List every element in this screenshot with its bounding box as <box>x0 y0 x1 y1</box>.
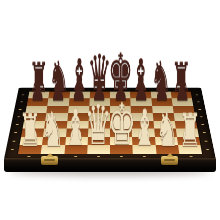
frame-dot <box>79 89 82 90</box>
square-d8 <box>90 92 110 99</box>
square-e8 <box>110 92 130 99</box>
square-d7 <box>89 98 110 105</box>
square-e5 <box>110 113 132 121</box>
square-b8 <box>49 92 70 99</box>
frame-dot <box>201 124 204 125</box>
square-d4 <box>88 121 110 129</box>
square-b4 <box>44 121 67 129</box>
frame-dot <box>11 149 14 150</box>
square-b6 <box>47 106 69 113</box>
square-e1 <box>110 145 133 154</box>
square-b3 <box>43 129 66 137</box>
frame-dot <box>19 109 22 110</box>
frame-dot <box>203 132 206 133</box>
square-c5 <box>67 113 89 121</box>
square-h1 <box>178 145 202 154</box>
chess-board: ♜♞♝♛♚♝♞♜♟♟♟♟♟♟♟♟♟♟♟♟♟♟♟♟♜♞♝♛♚♝♞♜ <box>4 88 216 159</box>
square-a1 <box>18 145 42 154</box>
square-h4 <box>175 121 198 129</box>
frame-dot <box>14 132 17 133</box>
square-a7 <box>27 98 49 105</box>
square-d6 <box>89 106 110 113</box>
square-h3 <box>176 129 199 137</box>
square-a3 <box>21 129 44 137</box>
square-g4 <box>153 121 176 129</box>
square-f6 <box>131 106 152 113</box>
square-a4 <box>23 121 46 129</box>
square-d5 <box>88 113 110 121</box>
square-c8 <box>69 92 90 99</box>
square-e3 <box>110 129 132 137</box>
brass-clasp-icon <box>41 156 58 165</box>
square-f8 <box>130 92 151 99</box>
square-e2 <box>110 137 133 145</box>
frame-dot <box>200 116 203 117</box>
frame-dot <box>204 140 207 141</box>
square-f4 <box>132 121 154 129</box>
chess-set-photo: ♜♞♝♛♚♝♞♜♟♟♟♟♟♟♟♟♟♟♟♟♟♟♟♟♜♞♝♛♚♝♞♜ <box>0 0 220 220</box>
square-g7 <box>151 98 172 105</box>
frame-dot <box>17 116 20 117</box>
square-a2 <box>20 137 44 145</box>
frame-dot <box>20 102 23 103</box>
square-h5 <box>173 113 196 121</box>
square-c3 <box>66 129 89 137</box>
square-c4 <box>66 121 88 129</box>
square-g5 <box>152 113 174 121</box>
square-f1 <box>133 145 156 154</box>
square-h7 <box>171 98 193 105</box>
square-a8 <box>28 92 49 99</box>
frame-dot <box>120 156 123 157</box>
square-g2 <box>154 137 177 145</box>
frame-dot <box>206 149 209 150</box>
frame-dot <box>74 156 77 157</box>
square-g8 <box>150 92 171 99</box>
square-f3 <box>132 129 155 137</box>
square-e4 <box>110 121 132 129</box>
frame-dot <box>196 95 199 96</box>
frame-dot <box>97 156 100 157</box>
square-e7 <box>110 98 131 105</box>
square-c1 <box>64 145 87 154</box>
frame-dot <box>99 89 102 90</box>
square-h8 <box>171 92 192 99</box>
square-d1 <box>87 145 110 154</box>
board-front-edge <box>4 158 216 172</box>
frame-dot <box>27 156 30 157</box>
frame-dot <box>143 156 146 157</box>
square-f7 <box>130 98 151 105</box>
square-c7 <box>68 98 89 105</box>
square-f2 <box>132 137 155 145</box>
square-d3 <box>88 129 110 137</box>
square-h6 <box>172 106 194 113</box>
square-c6 <box>68 106 89 113</box>
frame-dot <box>12 140 15 141</box>
board-frame <box>4 88 216 159</box>
chess-board-grid <box>18 92 202 154</box>
square-e6 <box>110 106 131 113</box>
square-a5 <box>24 113 47 121</box>
brass-clasp-icon <box>161 156 178 165</box>
square-b7 <box>48 98 69 105</box>
square-a6 <box>25 106 47 113</box>
frame-dot <box>179 89 182 90</box>
square-c2 <box>65 137 88 145</box>
square-f5 <box>131 113 153 121</box>
frame-dot <box>189 156 192 157</box>
square-g6 <box>152 106 174 113</box>
frame-dot <box>22 95 25 96</box>
square-b2 <box>42 137 65 145</box>
square-b5 <box>45 113 67 121</box>
square-d2 <box>87 137 110 145</box>
square-h2 <box>177 137 201 145</box>
square-g3 <box>154 129 177 137</box>
frame-dot <box>197 102 200 103</box>
frame-dot <box>159 89 162 90</box>
